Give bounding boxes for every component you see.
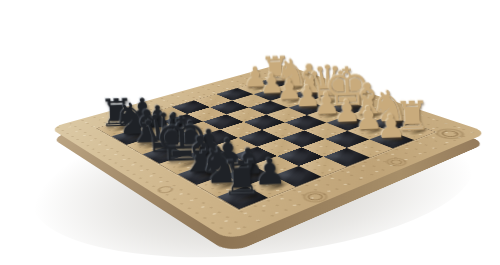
- black-piece-glyph: ♜: [220, 154, 264, 202]
- board-scene: ♜♟♞♟♝♟♛♟♚♟♝♟♟♞♜♟♟♜♞♟♟♝♟♛♟♚♟♝♟♞♟♜: [101, 0, 424, 265]
- chess-board-grid: ♜♟♞♟♝♟♛♟♚♟♝♟♟♞♜♟♟♜♞♟♟♝♟♛♟♚♟♝♟♞♟♜: [97, 77, 434, 210]
- white-piece-glyph: ♟: [376, 110, 406, 143]
- square-h8: ♜: [217, 186, 268, 209]
- product-photo: ♜♟♞♟♝♟♛♟♚♟♝♟♟♞♜♟♟♜♞♟♟♝♟♛♟♚♟♝♟♞♟♜: [0, 0, 500, 265]
